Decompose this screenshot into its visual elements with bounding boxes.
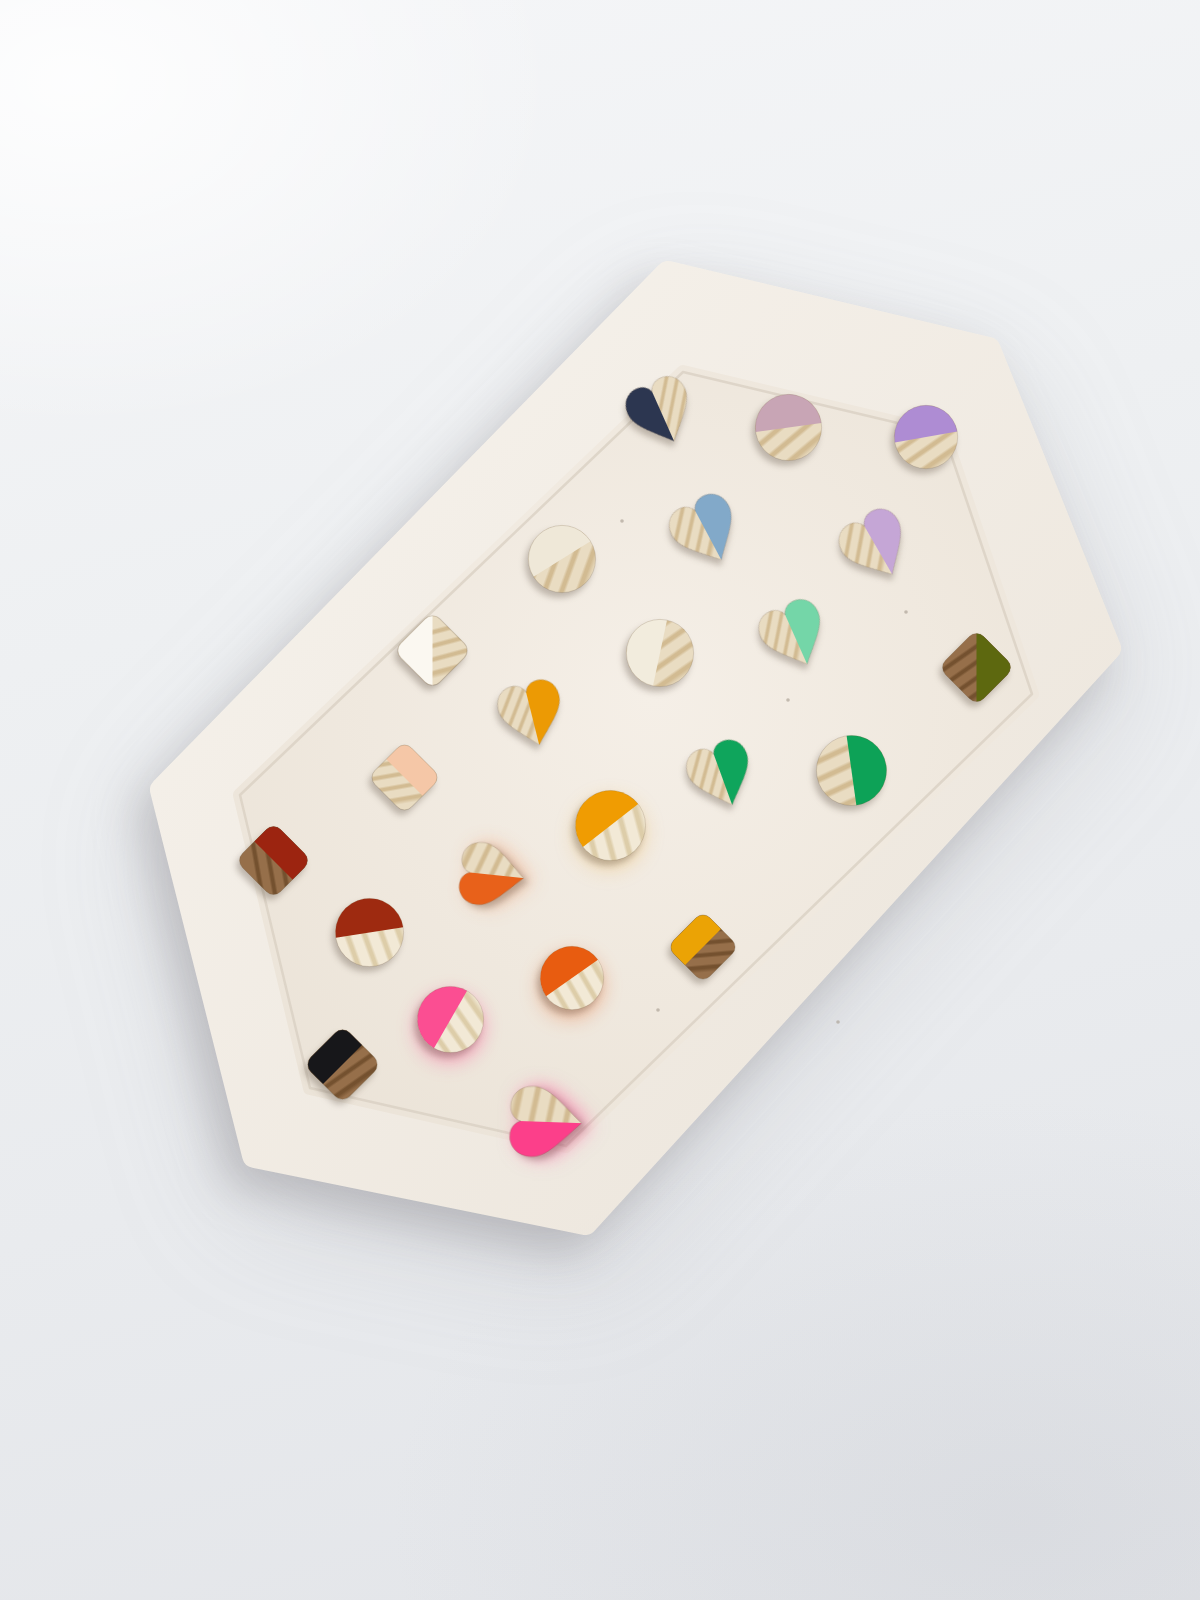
- pink-circle-stud: [416, 985, 485, 1054]
- green-circle-stud: [815, 734, 888, 807]
- cream-circle-stud: [527, 524, 597, 594]
- orange-circle-stud: [539, 945, 605, 1011]
- cream-circle-stud-2: [625, 618, 695, 688]
- photo-scene: [0, 0, 1200, 1600]
- mustard-diamond-stud: [659, 903, 747, 991]
- amber-circle-stud: [574, 789, 647, 862]
- peach-diamond-stud: [360, 733, 449, 822]
- red-circle-stud: [334, 897, 405, 968]
- red-diamond-stud: [227, 814, 320, 907]
- orange-heart-stud: [451, 832, 537, 918]
- pink-heart-stud: [502, 1076, 593, 1167]
- black-diamond-stud: [295, 1017, 390, 1112]
- white-diamond-stud: [385, 603, 480, 698]
- lavender-circle-stud: [893, 404, 959, 470]
- olive-diamond-stud: [930, 621, 1023, 714]
- mauve-circle-stud: [754, 393, 823, 462]
